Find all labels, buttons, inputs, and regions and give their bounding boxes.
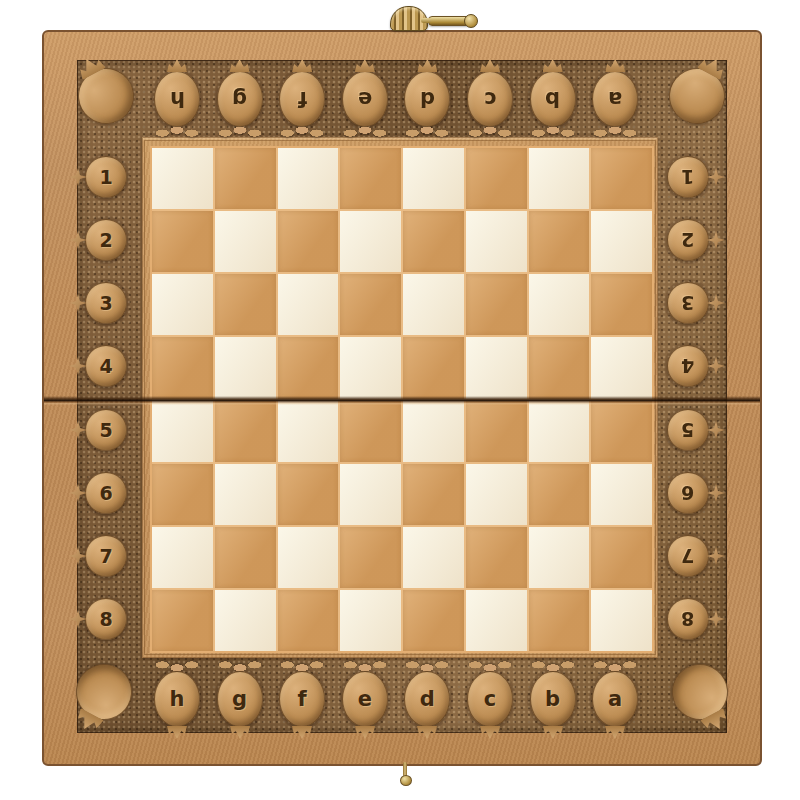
chess-box-photo: hgfedcbahgfedcba1234567812345678 xyxy=(0,0,800,800)
rank-label-right-5: 5 xyxy=(667,409,709,451)
file-label-top-g: g xyxy=(217,71,263,127)
rank-label-left-8: 8 xyxy=(85,598,127,640)
file-letter: g xyxy=(232,687,247,711)
star-accent-icon xyxy=(69,357,87,375)
file-letter: d xyxy=(420,687,435,711)
leaf-cluster-icon xyxy=(404,125,450,138)
star-accent-icon xyxy=(69,547,87,565)
rank-label-left-4: 4 xyxy=(85,345,127,387)
fold-seam xyxy=(44,396,760,405)
rank-number: 1 xyxy=(99,166,112,188)
file-label-top-f: f xyxy=(279,71,325,127)
rank-number: 2 xyxy=(681,229,694,251)
pin-ball xyxy=(400,775,412,786)
file-letter: e xyxy=(358,87,372,111)
pomegranate-crown-icon xyxy=(230,59,250,72)
file-letter: f xyxy=(298,87,307,111)
rank-label-left-5: 5 xyxy=(85,409,127,451)
pomegranate-crown-icon xyxy=(417,726,437,739)
rank-number: 8 xyxy=(99,608,112,630)
file-label-bottom-e: e xyxy=(342,671,388,727)
rank-label-left-7: 7 xyxy=(85,535,127,577)
pomegranate-crown-icon xyxy=(480,59,500,72)
star-accent-icon xyxy=(69,168,87,186)
star-accent-icon xyxy=(707,610,725,628)
pomegranate-crown-icon xyxy=(167,59,187,72)
star-accent-icon xyxy=(69,484,87,502)
pomegranate-crown-icon xyxy=(355,726,375,739)
leaf-cluster-icon xyxy=(279,125,325,138)
rank-label-right-6: 6 xyxy=(667,472,709,514)
brass-latch-icon[interactable] xyxy=(388,5,480,31)
rank-label-right-3: 3 xyxy=(667,282,709,324)
leaf-cluster-icon xyxy=(279,660,325,673)
star-accent-icon xyxy=(707,168,725,186)
file-label-bottom-h: h xyxy=(154,671,200,727)
file-label-top-a: a xyxy=(592,71,638,127)
rank-label-left-2: 2 xyxy=(85,219,127,261)
file-label-top-h: h xyxy=(154,71,200,127)
pomegranate-crown-icon xyxy=(417,59,437,72)
rank-number: 3 xyxy=(681,292,694,314)
rank-number: 1 xyxy=(681,166,694,188)
leaf-cluster-icon xyxy=(217,125,263,138)
leaf-cluster-icon xyxy=(467,660,513,673)
rank-label-right-4: 4 xyxy=(667,345,709,387)
star-accent-icon xyxy=(707,421,725,439)
rank-label-right-2: 2 xyxy=(667,219,709,261)
file-label-bottom-b: b xyxy=(530,671,576,727)
file-letter: b xyxy=(545,687,560,711)
rank-number: 2 xyxy=(99,229,112,251)
file-letter: g xyxy=(232,87,247,111)
file-label-bottom-g: g xyxy=(217,671,263,727)
file-letter: a xyxy=(608,687,622,711)
rank-label-right-8: 8 xyxy=(667,598,709,640)
rank-number: 4 xyxy=(99,355,112,377)
star-accent-icon xyxy=(69,421,87,439)
leaf-cluster-icon xyxy=(467,125,513,138)
file-label-bottom-f: f xyxy=(279,671,325,727)
rank-number: 5 xyxy=(681,419,694,441)
file-label-top-e: e xyxy=(342,71,388,127)
leaf-cluster-icon xyxy=(154,125,200,138)
file-letter: h xyxy=(170,687,185,711)
star-accent-icon xyxy=(707,547,725,565)
file-letter: h xyxy=(170,87,185,111)
star-accent-icon xyxy=(707,484,725,502)
wooden-box: hgfedcbahgfedcba1234567812345678 xyxy=(42,30,762,766)
leaf-cluster-icon xyxy=(342,125,388,138)
file-label-bottom-d: d xyxy=(404,671,450,727)
file-label-top-c: c xyxy=(467,71,513,127)
file-letter: c xyxy=(484,87,496,111)
star-accent-icon xyxy=(69,231,87,249)
file-label-top-d: d xyxy=(404,71,450,127)
leaf-cluster-icon xyxy=(530,660,576,673)
file-letter: b xyxy=(545,87,560,111)
file-label-bottom-c: c xyxy=(467,671,513,727)
leaf-cluster-icon xyxy=(217,660,263,673)
pomegranate-crown-icon xyxy=(480,726,500,739)
star-accent-icon xyxy=(707,294,725,312)
star-accent-icon xyxy=(69,294,87,312)
rank-number: 8 xyxy=(681,608,694,630)
rank-label-left-1: 1 xyxy=(85,156,127,198)
leaf-cluster-icon xyxy=(530,125,576,138)
file-letter: d xyxy=(420,87,435,111)
star-accent-icon xyxy=(707,231,725,249)
pomegranate-crown-icon xyxy=(292,726,312,739)
leaf-cluster-icon xyxy=(592,660,638,673)
latch-hook xyxy=(428,16,476,26)
file-label-top-b: b xyxy=(530,71,576,127)
pomegranate-crown-icon xyxy=(543,59,563,72)
rank-label-left-6: 6 xyxy=(85,472,127,514)
file-letter: f xyxy=(298,687,307,711)
rank-number: 4 xyxy=(681,355,694,377)
rank-label-right-1: 1 xyxy=(667,156,709,198)
pomegranate-crown-icon xyxy=(543,726,563,739)
pomegranate-crown-icon xyxy=(167,726,187,739)
rank-number: 6 xyxy=(99,482,112,504)
file-letter: c xyxy=(484,687,496,711)
rank-number: 7 xyxy=(681,545,694,567)
file-letter: a xyxy=(608,87,622,111)
star-accent-icon xyxy=(69,610,87,628)
file-label-bottom-a: a xyxy=(592,671,638,727)
pomegranate-crown-icon xyxy=(230,726,250,739)
rank-number: 3 xyxy=(99,292,112,314)
leaf-cluster-icon xyxy=(154,660,200,673)
rank-label-right-7: 7 xyxy=(667,535,709,577)
rank-number: 6 xyxy=(681,482,694,504)
pomegranate-crown-icon xyxy=(605,726,625,739)
rank-label-left-3: 3 xyxy=(85,282,127,324)
star-accent-icon xyxy=(707,357,725,375)
pomegranate-crown-icon xyxy=(355,59,375,72)
leaf-cluster-icon xyxy=(404,660,450,673)
rank-number: 5 xyxy=(99,419,112,441)
leaf-cluster-icon xyxy=(342,660,388,673)
brass-hinge-pin-icon xyxy=(398,762,412,788)
pomegranate-crown-icon xyxy=(292,59,312,72)
rank-number: 7 xyxy=(99,545,112,567)
file-letter: e xyxy=(358,687,372,711)
pomegranate-crown-icon xyxy=(605,59,625,72)
leaf-cluster-icon xyxy=(592,125,638,138)
